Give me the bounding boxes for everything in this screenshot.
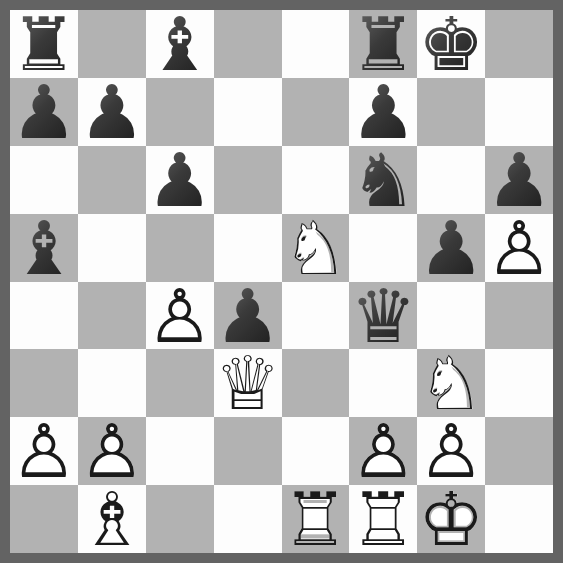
square-b8[interactable] — [78, 10, 146, 78]
square-h1[interactable] — [485, 485, 553, 553]
square-e1[interactable]: ♜♖ — [282, 485, 350, 553]
square-c6[interactable]: ♟ — [146, 146, 214, 214]
black-pawn-glyph: ♟ — [349, 78, 417, 146]
piece-white-knight[interactable]: ♞♘ — [417, 349, 485, 417]
white-pawn-glyph-fill: ♟ — [485, 214, 553, 282]
square-e2[interactable] — [282, 417, 350, 485]
square-e8[interactable] — [282, 10, 350, 78]
square-f3[interactable] — [349, 349, 417, 417]
black-king-glyph: ♚ — [417, 10, 485, 78]
white-pawn-glyph-outline: ♙ — [10, 417, 78, 485]
black-rook-glyph: ♜ — [349, 10, 417, 78]
square-b1[interactable]: ♝♗ — [78, 485, 146, 553]
square-g8[interactable]: ♚ — [417, 10, 485, 78]
piece-white-pawn[interactable]: ♟♙ — [78, 417, 146, 485]
square-f2[interactable]: ♟♙ — [349, 417, 417, 485]
square-a4[interactable] — [10, 282, 78, 350]
black-rook-glyph: ♜ — [10, 10, 78, 78]
chessboard-screenshot: ♜♝♜♚♟♟♟♟♞♟♝♞♘♟♟♙♟♙♟♛♛♕♞♘♟♙♟♙♟♙♟♙♝♗♜♖♜♖♚♔ — [0, 0, 563, 563]
piece-black-pawn[interactable]: ♟ — [78, 78, 146, 146]
white-pawn-glyph-fill: ♟ — [349, 417, 417, 485]
black-pawn-glyph: ♟ — [485, 146, 553, 214]
square-b3[interactable] — [78, 349, 146, 417]
square-g1[interactable]: ♚♔ — [417, 485, 485, 553]
white-king-glyph-outline: ♔ — [417, 485, 485, 553]
square-d8[interactable] — [214, 10, 282, 78]
square-c5[interactable] — [146, 214, 214, 282]
square-d2[interactable] — [214, 417, 282, 485]
square-c7[interactable] — [146, 78, 214, 146]
piece-black-king[interactable]: ♚ — [417, 10, 485, 78]
square-e5[interactable]: ♞♘ — [282, 214, 350, 282]
piece-white-pawn[interactable]: ♟♙ — [10, 417, 78, 485]
square-a6[interactable] — [10, 146, 78, 214]
square-a8[interactable]: ♜ — [10, 10, 78, 78]
square-c4[interactable]: ♟♙ — [146, 282, 214, 350]
white-pawn-glyph-outline: ♙ — [146, 282, 214, 350]
piece-black-pawn[interactable]: ♟ — [10, 78, 78, 146]
black-pawn-glyph: ♟ — [10, 78, 78, 146]
square-a5[interactable]: ♝ — [10, 214, 78, 282]
square-b2[interactable]: ♟♙ — [78, 417, 146, 485]
square-f1[interactable]: ♜♖ — [349, 485, 417, 553]
white-rook-glyph-outline: ♖ — [349, 485, 417, 553]
white-pawn-glyph-fill: ♟ — [10, 417, 78, 485]
square-a3[interactable] — [10, 349, 78, 417]
square-d5[interactable] — [214, 214, 282, 282]
piece-white-pawn[interactable]: ♟♙ — [349, 417, 417, 485]
piece-black-rook[interactable]: ♜ — [349, 10, 417, 78]
square-e6[interactable] — [282, 146, 350, 214]
square-c1[interactable] — [146, 485, 214, 553]
board-frame: ♜♝♜♚♟♟♟♟♞♟♝♞♘♟♟♙♟♙♟♛♛♕♞♘♟♙♟♙♟♙♟♙♝♗♜♖♜♖♚♔ — [0, 0, 563, 563]
square-c2[interactable] — [146, 417, 214, 485]
square-h6[interactable]: ♟ — [485, 146, 553, 214]
black-pawn-glyph: ♟ — [417, 214, 485, 282]
square-g3[interactable]: ♞♘ — [417, 349, 485, 417]
black-bishop-glyph: ♝ — [146, 10, 214, 78]
square-c3[interactable] — [146, 349, 214, 417]
piece-black-pawn[interactable]: ♟ — [485, 146, 553, 214]
square-f6[interactable]: ♞ — [349, 146, 417, 214]
piece-white-rook[interactable]: ♜♖ — [282, 485, 350, 553]
piece-black-pawn[interactable]: ♟ — [214, 282, 282, 350]
square-c8[interactable]: ♝ — [146, 10, 214, 78]
piece-black-queen[interactable]: ♛ — [349, 282, 417, 350]
square-f8[interactable]: ♜ — [349, 10, 417, 78]
square-f4[interactable]: ♛ — [349, 282, 417, 350]
square-h2[interactable] — [485, 417, 553, 485]
white-pawn-glyph-outline: ♙ — [349, 417, 417, 485]
black-bishop-glyph: ♝ — [10, 214, 78, 282]
square-g4[interactable] — [417, 282, 485, 350]
piece-white-pawn[interactable]: ♟♙ — [417, 417, 485, 485]
white-pawn-glyph-fill: ♟ — [78, 417, 146, 485]
square-b4[interactable] — [78, 282, 146, 350]
square-b5[interactable] — [78, 214, 146, 282]
black-pawn-glyph: ♟ — [214, 282, 282, 350]
white-rook-glyph-outline: ♖ — [282, 485, 350, 553]
square-g6[interactable] — [417, 146, 485, 214]
square-e3[interactable] — [282, 349, 350, 417]
white-knight-glyph-outline: ♘ — [282, 214, 350, 282]
square-f5[interactable] — [349, 214, 417, 282]
square-a7[interactable]: ♟ — [10, 78, 78, 146]
square-e4[interactable] — [282, 282, 350, 350]
square-h7[interactable] — [485, 78, 553, 146]
square-g7[interactable] — [417, 78, 485, 146]
square-h5[interactable]: ♟♙ — [485, 214, 553, 282]
white-pawn-glyph-outline: ♙ — [485, 214, 553, 282]
square-a1[interactable] — [10, 485, 78, 553]
square-a2[interactable]: ♟♙ — [10, 417, 78, 485]
chess-board: ♜♝♜♚♟♟♟♟♞♟♝♞♘♟♟♙♟♙♟♛♛♕♞♘♟♙♟♙♟♙♟♙♝♗♜♖♜♖♚♔ — [10, 10, 553, 553]
white-knight-glyph-outline: ♘ — [417, 349, 485, 417]
square-e7[interactable] — [282, 78, 350, 146]
white-queen-glyph-fill: ♛ — [214, 349, 282, 417]
white-king-glyph-fill: ♚ — [417, 485, 485, 553]
square-b7[interactable]: ♟ — [78, 78, 146, 146]
piece-black-pawn[interactable]: ♟ — [146, 146, 214, 214]
piece-white-queen[interactable]: ♛♕ — [214, 349, 282, 417]
square-h4[interactable] — [485, 282, 553, 350]
white-bishop-glyph-fill: ♝ — [78, 485, 146, 553]
white-knight-glyph-fill: ♞ — [282, 214, 350, 282]
white-rook-glyph-fill: ♜ — [282, 485, 350, 553]
piece-black-bishop[interactable]: ♝ — [10, 214, 78, 282]
piece-white-knight[interactable]: ♞♘ — [282, 214, 350, 282]
white-pawn-glyph-outline: ♙ — [78, 417, 146, 485]
piece-black-bishop[interactable]: ♝ — [146, 10, 214, 78]
piece-black-knight[interactable]: ♞ — [349, 146, 417, 214]
piece-white-pawn[interactable]: ♟♙ — [485, 214, 553, 282]
white-pawn-glyph-fill: ♟ — [417, 417, 485, 485]
piece-white-bishop[interactable]: ♝♗ — [78, 485, 146, 553]
white-pawn-glyph-fill: ♟ — [146, 282, 214, 350]
piece-white-pawn[interactable]: ♟♙ — [146, 282, 214, 350]
piece-white-king[interactable]: ♚♔ — [417, 485, 485, 553]
square-f7[interactable]: ♟ — [349, 78, 417, 146]
white-pawn-glyph-outline: ♙ — [417, 417, 485, 485]
piece-black-pawn[interactable]: ♟ — [349, 78, 417, 146]
square-g2[interactable]: ♟♙ — [417, 417, 485, 485]
square-d1[interactable] — [214, 485, 282, 553]
square-d3[interactable]: ♛♕ — [214, 349, 282, 417]
square-h3[interactable] — [485, 349, 553, 417]
piece-black-rook[interactable]: ♜ — [10, 10, 78, 78]
piece-white-rook[interactable]: ♜♖ — [349, 485, 417, 553]
square-h8[interactable] — [485, 10, 553, 78]
square-g5[interactable]: ♟ — [417, 214, 485, 282]
white-bishop-glyph-outline: ♗ — [78, 485, 146, 553]
white-knight-glyph-fill: ♞ — [417, 349, 485, 417]
square-d4[interactable]: ♟ — [214, 282, 282, 350]
black-pawn-glyph: ♟ — [78, 78, 146, 146]
white-rook-glyph-fill: ♜ — [349, 485, 417, 553]
square-b6[interactable] — [78, 146, 146, 214]
piece-black-pawn[interactable]: ♟ — [417, 214, 485, 282]
black-pawn-glyph: ♟ — [146, 146, 214, 214]
square-d6[interactable] — [214, 146, 282, 214]
square-d7[interactable] — [214, 78, 282, 146]
white-queen-glyph-outline: ♕ — [214, 349, 282, 417]
black-knight-glyph: ♞ — [349, 146, 417, 214]
black-queen-glyph: ♛ — [349, 282, 417, 350]
